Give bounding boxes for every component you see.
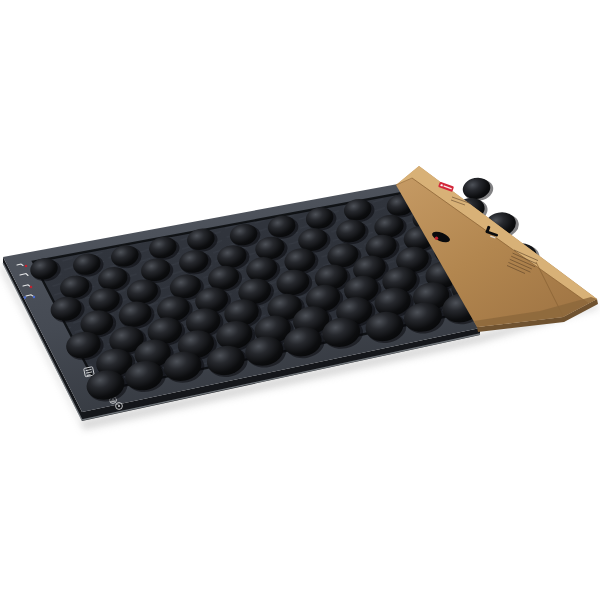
product-photo: Black studded rubber mat (acupressure / … — [0, 0, 600, 600]
product-illustration — [0, 0, 600, 600]
